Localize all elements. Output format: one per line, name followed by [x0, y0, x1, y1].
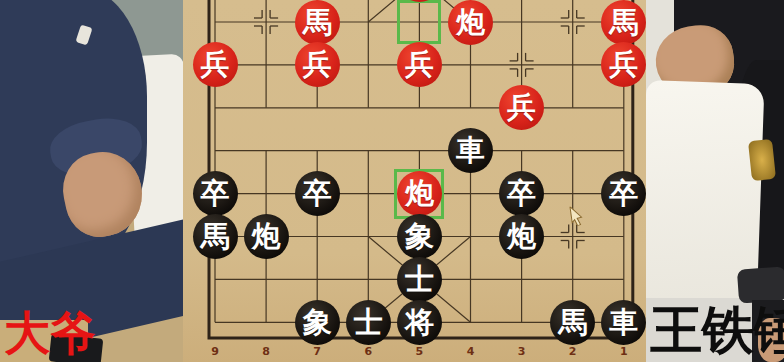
file-label: 2 — [569, 345, 577, 358]
last-move-from-highlight — [397, 0, 441, 44]
piece-black-卒[interactable]: 卒 — [499, 171, 544, 216]
file-label: 6 — [364, 345, 372, 358]
piece-red-馬[interactable]: 馬 — [601, 0, 646, 45]
piece-red-兵[interactable]: 兵 — [295, 42, 340, 87]
file-label: 8 — [262, 345, 270, 358]
piece-black-士[interactable]: 士 — [346, 300, 391, 345]
file-label: 5 — [416, 345, 424, 358]
xiangqi-board[interactable]: 987654321 仕馬炮馬兵兵兵兵兵炮車卒卒卒卒馬炮象炮士象士将馬車 — [183, 0, 646, 362]
piece-black-馬[interactable]: 馬 — [193, 214, 238, 259]
file-label: 1 — [620, 345, 628, 358]
piece-black-将[interactable]: 将 — [397, 300, 442, 345]
piece-black-象[interactable]: 象 — [397, 214, 442, 259]
piece-red-馬[interactable]: 馬 — [295, 0, 340, 45]
piece-black-炮[interactable]: 炮 — [499, 214, 544, 259]
piece-red-兵[interactable]: 兵 — [397, 42, 442, 87]
piece-black-卒[interactable]: 卒 — [193, 171, 238, 216]
file-label: 4 — [467, 345, 475, 358]
jacket-emblem — [748, 139, 776, 181]
piece-black-卒[interactable]: 卒 — [295, 171, 340, 216]
file-label: 3 — [518, 345, 526, 358]
video-frame: 987654321 仕馬炮馬兵兵兵兵兵炮車卒卒卒卒馬炮象炮士象士将馬車 大爷 王… — [0, 0, 784, 362]
piece-red-炮[interactable]: 炮 — [397, 171, 442, 216]
piece-black-象[interactable]: 象 — [295, 300, 340, 345]
caption-right-player: 王铁锤 — [650, 296, 784, 362]
piece-black-卒[interactable]: 卒 — [601, 171, 646, 216]
piece-black-馬[interactable]: 馬 — [550, 300, 595, 345]
piece-black-車[interactable]: 車 — [601, 300, 646, 345]
piece-black-士[interactable]: 士 — [397, 257, 442, 302]
file-label: 9 — [211, 345, 219, 358]
file-label: 7 — [313, 345, 321, 358]
piece-black-炮[interactable]: 炮 — [244, 214, 289, 259]
piece-red-兵[interactable]: 兵 — [193, 42, 238, 87]
piece-black-車[interactable]: 車 — [448, 128, 493, 173]
piece-red-炮[interactable]: 炮 — [448, 0, 493, 45]
caption-left-player: 大爷 — [4, 303, 96, 362]
